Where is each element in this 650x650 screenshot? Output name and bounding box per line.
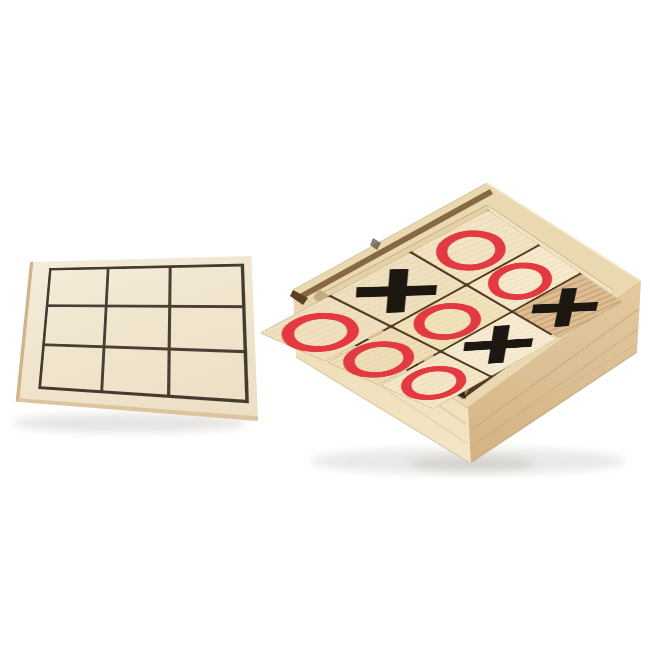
lid-board [16, 256, 258, 421]
board-cell [171, 308, 244, 353]
board-cell [45, 307, 107, 348]
board-cell [48, 269, 109, 307]
board-cell [103, 348, 171, 395]
product-photo-stage: ○ ○ × × ○ × ○ ○ ○ [0, 0, 650, 650]
board-cell [107, 268, 172, 308]
board-cell [41, 346, 105, 391]
board-cell [172, 266, 243, 308]
board-cell [171, 350, 246, 399]
board-cell [105, 308, 171, 351]
board-grid [38, 264, 249, 404]
drop-shadows [12, 414, 626, 474]
